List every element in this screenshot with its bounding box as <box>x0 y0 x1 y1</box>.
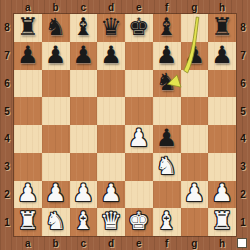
square-c4[interactable] <box>70 125 98 153</box>
square-a3[interactable] <box>14 153 42 181</box>
piece-black-pawn[interactable]: ♟ <box>184 43 206 67</box>
piece-white-knight[interactable]: ♞ <box>156 154 178 178</box>
rank-label-7: 7 <box>236 42 250 70</box>
square-h2[interactable]: ♟ <box>208 181 236 209</box>
square-g7[interactable]: ♟ <box>181 42 209 70</box>
white-to-move-indicator <box>237 238 247 248</box>
board: ♜♞♝♛♚♝♜♟♟♟♟♟♟♟♞♟♟♞♟♟♟♟♟♟♜♞♝♛♚♝♜ <box>14 14 236 236</box>
square-b8[interactable]: ♞ <box>42 14 70 42</box>
square-c2[interactable]: ♟ <box>70 181 98 209</box>
square-h1[interactable]: ♜ <box>208 208 236 236</box>
rank-labels-right: 87654321 <box>236 14 250 236</box>
piece-black-bishop[interactable]: ♝ <box>156 15 178 39</box>
rank-label-4: 4 <box>236 125 250 153</box>
file-label-e: e <box>125 236 153 250</box>
square-b2[interactable]: ♟ <box>42 181 70 209</box>
piece-black-king[interactable]: ♚ <box>128 15 150 39</box>
square-f7[interactable]: ♟ <box>153 42 181 70</box>
square-e5[interactable] <box>125 97 153 125</box>
rank-label-4: 4 <box>0 125 14 153</box>
piece-black-knight[interactable]: ♞ <box>156 70 178 94</box>
rank-label-3: 3 <box>236 153 250 181</box>
file-label-h: h <box>208 236 236 250</box>
square-d8[interactable]: ♛ <box>97 14 125 42</box>
square-e4[interactable]: ♟ <box>125 125 153 153</box>
square-a2[interactable]: ♟ <box>14 181 42 209</box>
rank-label-5: 5 <box>0 97 14 125</box>
square-c3[interactable] <box>70 153 98 181</box>
square-b1[interactable]: ♞ <box>42 208 70 236</box>
file-label-f: f <box>153 236 181 250</box>
square-d4[interactable] <box>97 125 125 153</box>
file-label-c: c <box>70 236 98 250</box>
rank-label-5: 5 <box>236 97 250 125</box>
square-c5[interactable] <box>70 97 98 125</box>
square-h3[interactable] <box>208 153 236 181</box>
square-d6[interactable] <box>97 70 125 98</box>
square-a6[interactable] <box>14 70 42 98</box>
square-g5[interactable] <box>181 97 209 125</box>
square-d7[interactable]: ♟ <box>97 42 125 70</box>
square-h4[interactable] <box>208 125 236 153</box>
square-c6[interactable] <box>70 70 98 98</box>
rank-label-2: 2 <box>236 181 250 209</box>
square-h8[interactable]: ♜ <box>208 14 236 42</box>
piece-white-pawn[interactable]: ♟ <box>211 181 233 205</box>
square-c8[interactable]: ♝ <box>70 14 98 42</box>
square-f5[interactable] <box>153 97 181 125</box>
square-e8[interactable]: ♚ <box>125 14 153 42</box>
piece-black-pawn[interactable]: ♟ <box>156 43 178 67</box>
square-e7[interactable] <box>125 42 153 70</box>
piece-black-pawn[interactable]: ♟ <box>45 43 67 67</box>
piece-black-pawn[interactable]: ♟ <box>100 43 122 67</box>
piece-white-pawn[interactable]: ♟ <box>184 181 206 205</box>
square-g1[interactable] <box>181 208 209 236</box>
piece-black-pawn[interactable]: ♟ <box>211 43 233 67</box>
square-d2[interactable]: ♟ <box>97 181 125 209</box>
rank-label-7: 7 <box>0 42 14 70</box>
file-labels-bottom: abcdefgh <box>14 236 236 250</box>
piece-black-pawn[interactable]: ♟ <box>73 43 95 67</box>
square-e2[interactable] <box>125 181 153 209</box>
rank-label-6: 6 <box>0 70 14 98</box>
rank-label-1: 1 <box>236 208 250 236</box>
square-h5[interactable] <box>208 97 236 125</box>
file-label-b: b <box>42 236 70 250</box>
piece-white-pawn[interactable]: ♟ <box>73 181 95 205</box>
piece-black-queen[interactable]: ♛ <box>100 15 122 39</box>
piece-white-bishop[interactable]: ♝ <box>156 209 178 233</box>
piece-white-queen[interactable]: ♛ <box>100 209 122 233</box>
rank-label-8: 8 <box>0 14 14 42</box>
square-b5[interactable] <box>42 97 70 125</box>
square-b3[interactable] <box>42 153 70 181</box>
rank-label-6: 6 <box>236 70 250 98</box>
square-a4[interactable] <box>14 125 42 153</box>
square-g6[interactable] <box>181 70 209 98</box>
square-e6[interactable] <box>125 70 153 98</box>
piece-white-king[interactable]: ♚ <box>128 209 150 233</box>
square-g8[interactable] <box>181 14 209 42</box>
piece-black-pawn[interactable]: ♟ <box>156 126 178 150</box>
piece-white-pawn[interactable]: ♟ <box>17 181 39 205</box>
piece-white-pawn[interactable]: ♟ <box>128 126 150 150</box>
piece-black-rook[interactable]: ♜ <box>17 15 39 39</box>
piece-white-pawn[interactable]: ♟ <box>45 181 67 205</box>
square-c7[interactable]: ♟ <box>70 42 98 70</box>
file-label-a: a <box>14 236 42 250</box>
piece-white-pawn[interactable]: ♟ <box>100 181 122 205</box>
piece-white-rook[interactable]: ♜ <box>211 209 233 233</box>
piece-black-knight[interactable]: ♞ <box>45 15 67 39</box>
square-b6[interactable] <box>42 70 70 98</box>
square-f1[interactable]: ♝ <box>153 208 181 236</box>
square-h7[interactable]: ♟ <box>208 42 236 70</box>
square-f2[interactable] <box>153 181 181 209</box>
square-d3[interactable] <box>97 153 125 181</box>
square-h6[interactable] <box>208 70 236 98</box>
square-a8[interactable]: ♜ <box>14 14 42 42</box>
piece-black-bishop[interactable]: ♝ <box>73 15 95 39</box>
square-f4[interactable]: ♟ <box>153 125 181 153</box>
square-d5[interactable] <box>97 97 125 125</box>
file-label-d: d <box>97 236 125 250</box>
piece-black-pawn[interactable]: ♟ <box>17 43 39 67</box>
square-b7[interactable]: ♟ <box>42 42 70 70</box>
piece-black-rook[interactable]: ♜ <box>211 15 233 39</box>
square-d1[interactable]: ♛ <box>97 208 125 236</box>
piece-white-knight[interactable]: ♞ <box>45 209 67 233</box>
chess-board-widget: abcdefgh abcdefgh 87654321 87654321 ♜♞♝♛… <box>0 0 250 250</box>
square-f6[interactable]: ♞ <box>153 70 181 98</box>
rank-label-3: 3 <box>0 153 14 181</box>
rank-label-8: 8 <box>236 14 250 42</box>
square-e1[interactable]: ♚ <box>125 208 153 236</box>
rank-labels-left: 87654321 <box>0 14 14 236</box>
square-g3[interactable] <box>181 153 209 181</box>
square-c1[interactable]: ♝ <box>70 208 98 236</box>
file-label-g: g <box>181 236 209 250</box>
square-f8[interactable]: ♝ <box>153 14 181 42</box>
square-a5[interactable] <box>14 97 42 125</box>
square-b4[interactable] <box>42 125 70 153</box>
piece-white-rook[interactable]: ♜ <box>17 209 39 233</box>
square-e3[interactable] <box>125 153 153 181</box>
rank-label-1: 1 <box>0 208 14 236</box>
square-a1[interactable]: ♜ <box>14 208 42 236</box>
square-f3[interactable]: ♞ <box>153 153 181 181</box>
square-g2[interactable]: ♟ <box>181 181 209 209</box>
piece-white-bishop[interactable]: ♝ <box>73 209 95 233</box>
rank-label-2: 2 <box>0 181 14 209</box>
file-label-g: g <box>181 0 209 14</box>
square-a7[interactable]: ♟ <box>14 42 42 70</box>
square-g4[interactable] <box>181 125 209 153</box>
